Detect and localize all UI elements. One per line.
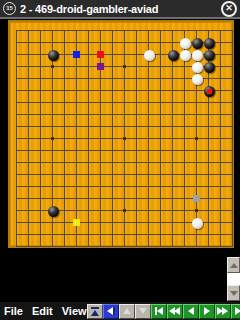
close-icon[interactable]: ✕ — [221, 1, 237, 17]
white-stone — [192, 50, 203, 61]
title-bar: 15 2 - 469-droid-gambler-aviad ✕ — [0, 0, 240, 19]
bar-over-up-triangle-icon — [91, 307, 99, 316]
black-stone — [48, 50, 59, 61]
triangle-up-icon — [123, 308, 131, 314]
menu-edit[interactable]: Edit — [32, 305, 53, 317]
hoshi-dot — [51, 137, 54, 140]
hoshi-dot — [195, 209, 198, 212]
nav-first-move-button[interactable] — [151, 304, 167, 319]
nav-last-move-button[interactable] — [231, 304, 240, 319]
double-right-triangle-icon — [217, 307, 228, 315]
nav-back-to-branch-button[interactable] — [103, 304, 119, 319]
marker-square — [73, 219, 80, 226]
hoshi-dot — [123, 209, 126, 212]
hoshi-dot — [123, 137, 126, 140]
bar-left-triangle-icon — [155, 307, 163, 315]
menu-bar: File Edit View — [0, 302, 240, 320]
menu-file[interactable]: File — [4, 305, 23, 317]
black-stone — [204, 38, 215, 49]
right-triangle-icon — [204, 307, 210, 315]
scrollbar-thumb[interactable] — [227, 273, 240, 285]
scroll-down-button[interactable] — [227, 285, 240, 301]
black-stone — [48, 206, 59, 217]
hoshi-dot — [51, 65, 54, 68]
variation-up-button[interactable] — [119, 304, 135, 319]
black-stone — [204, 62, 215, 73]
black-stone — [192, 38, 203, 49]
window-title: 2 - 469-droid-gambler-aviad — [20, 3, 221, 15]
triangle-down-icon — [230, 291, 238, 296]
nav-forward-button[interactable] — [199, 304, 215, 319]
left-triangle-with-bar-icon — [107, 307, 115, 315]
marker-square — [97, 51, 104, 58]
white-stone — [144, 50, 155, 61]
marker-square — [73, 51, 80, 58]
nav-fast-forward-button[interactable] — [215, 304, 231, 319]
double-left-triangle-icon — [169, 307, 180, 315]
right-triangle-bar-icon — [235, 307, 240, 315]
go-board[interactable] — [8, 20, 234, 248]
app-icon-circled-15: 15 — [3, 2, 16, 15]
nav-back-button[interactable] — [183, 304, 199, 319]
marker-square — [193, 195, 200, 202]
white-stone — [192, 74, 203, 85]
hoshi-dot — [195, 137, 198, 140]
white-stone — [180, 50, 191, 61]
hoshi-dot — [123, 65, 126, 68]
triangle-up-icon — [230, 263, 238, 268]
left-triangle-icon — [188, 307, 194, 315]
vertical-scrollbar — [227, 257, 240, 302]
white-stone — [180, 38, 191, 49]
app-window: 15 2 - 469-droid-gambler-aviad ✕ File Ed… — [0, 0, 240, 320]
marker-square-on-stone — [207, 89, 212, 94]
black-stone — [204, 50, 215, 61]
white-stone — [192, 62, 203, 73]
scroll-up-button[interactable] — [227, 257, 240, 273]
menu-view[interactable]: View — [62, 305, 87, 317]
white-stone — [192, 218, 203, 229]
variation-down-button[interactable] — [135, 304, 151, 319]
black-stone — [168, 50, 179, 61]
triangle-down-icon — [139, 308, 147, 314]
nav-to-root-button[interactable] — [87, 304, 103, 319]
marker-square — [97, 63, 104, 70]
navigation-toolbar — [87, 304, 240, 319]
nav-rewind-button[interactable] — [167, 304, 183, 319]
